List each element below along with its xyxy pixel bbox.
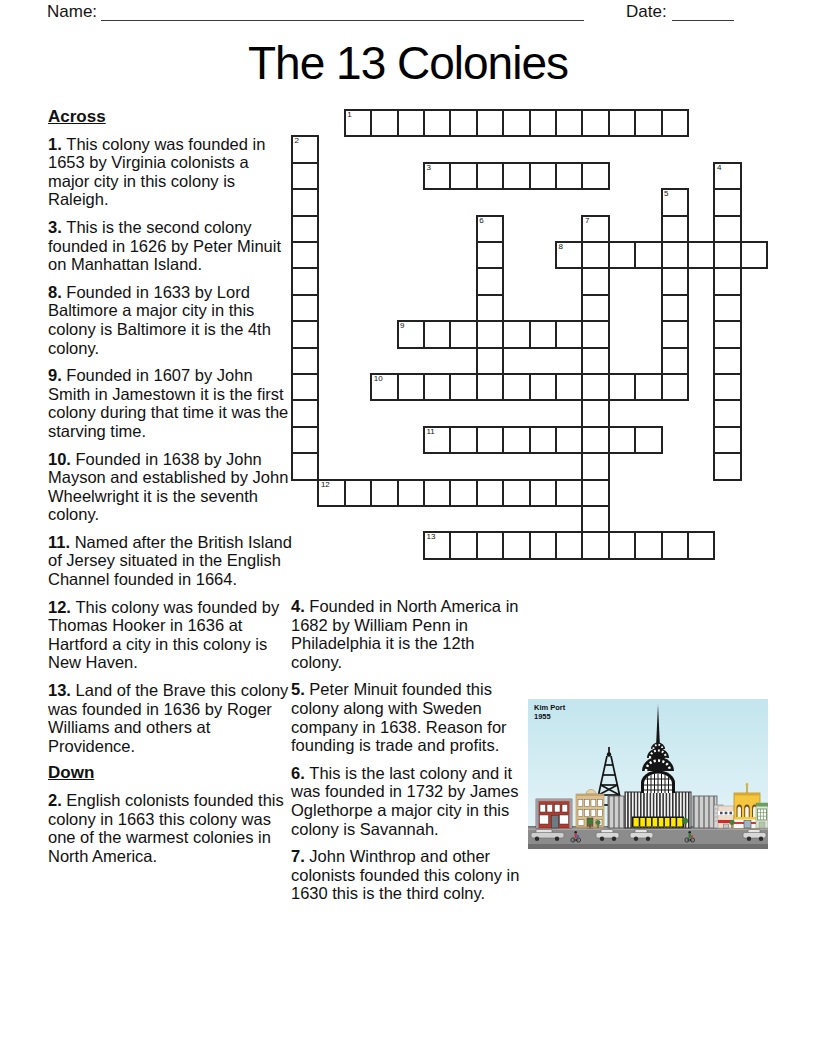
crossword-cell[interactable] [555, 320, 583, 348]
crossword-cell[interactable] [529, 109, 557, 137]
crossword-cell[interactable] [555, 373, 583, 401]
clue-number: 3. [48, 218, 66, 236]
crossword-cell[interactable]: 1 [344, 109, 372, 137]
crossword-cell[interactable] [291, 347, 319, 375]
crossword-cell[interactable] [581, 505, 609, 533]
down-heading: Down [48, 764, 294, 783]
clue-text: This colony was founded by Thomas Hooker… [48, 598, 279, 672]
crossword-cell[interactable] [581, 373, 609, 401]
crossword-cell[interactable] [397, 373, 425, 401]
illustration-caption-line1: Kim Port [534, 703, 566, 712]
crossword-cell[interactable]: 12 [317, 479, 345, 507]
crossword-grid: 12345678910111213 [291, 109, 769, 561]
crossword-cell[interactable] [449, 531, 477, 559]
clue-text: This colony was founded in 1653 by Virgi… [48, 135, 265, 209]
clue-item: 1. This colony was founded in 1653 by Vi… [48, 135, 294, 209]
clue-number: 13. [48, 681, 76, 699]
crossword-cell[interactable] [713, 452, 741, 480]
clue-text: This is the last colony and it was found… [291, 764, 518, 838]
clue-text: Founded in 1633 by Lord Baltimore a majo… [48, 283, 271, 357]
crossword-cell[interactable] [502, 109, 530, 137]
crossword-cell[interactable] [449, 320, 477, 348]
crossword-cell[interactable] [555, 109, 583, 137]
clue-number: 4. [291, 597, 309, 615]
crossword-cell[interactable] [581, 452, 609, 480]
crossword-cell[interactable] [555, 479, 583, 507]
clue-number: 2. [48, 791, 66, 809]
across-clue-list: 1. This colony was founded in 1653 by Vi… [48, 135, 294, 756]
cell-number: 5 [664, 189, 668, 199]
crossword-cell[interactable] [449, 109, 477, 137]
crossword-cell[interactable] [502, 479, 530, 507]
crossword-cell[interactable] [608, 531, 636, 559]
crossword-cell[interactable] [291, 452, 319, 480]
crossword-cell[interactable] [476, 531, 504, 559]
gray-building-left [608, 796, 626, 828]
illustration-caption-line2: 1955 [534, 712, 551, 721]
crossword-cell[interactable] [581, 426, 609, 454]
clue-text: Peter Minuit founded this colony along w… [291, 680, 507, 754]
cell-number: 11 [427, 427, 435, 437]
crossword-cell[interactable] [291, 162, 319, 190]
clue-number: 7. [291, 847, 309, 865]
crossword-cell[interactable] [581, 320, 609, 348]
crossword-cell[interactable] [581, 294, 609, 322]
crossword-cell[interactable] [291, 399, 319, 427]
crossword-cell[interactable] [476, 347, 504, 375]
cell-number: 10 [374, 374, 383, 384]
crossword-cell[interactable] [713, 320, 741, 348]
crossword-cell[interactable]: 6 [476, 215, 504, 243]
crossword-cell[interactable] [581, 531, 609, 559]
crossword-cell[interactable] [370, 479, 398, 507]
clue-number: 9. [48, 366, 66, 384]
crossword-cell[interactable] [581, 399, 609, 427]
crossword-cell[interactable] [661, 267, 689, 295]
clue-item: 5. Peter Minuit founded this colony alon… [291, 680, 529, 754]
crossword-cell[interactable] [291, 215, 319, 243]
clue-number: 8. [48, 283, 66, 301]
crossword-cell[interactable] [291, 373, 319, 401]
clue-text: John Winthrop and other colonists founde… [291, 847, 519, 902]
crossword-cell[interactable] [555, 162, 583, 190]
crossword-cell[interactable] [581, 479, 609, 507]
crossword-cell[interactable] [476, 162, 504, 190]
crossword-cell[interactable] [449, 426, 477, 454]
clue-number: 6. [291, 764, 309, 782]
crossword-cell[interactable] [291, 294, 319, 322]
crossword-cell[interactable] [713, 426, 741, 454]
crossword-cell[interactable] [713, 294, 741, 322]
crossword-cell[interactable] [608, 241, 636, 269]
crossword-cell[interactable] [661, 347, 689, 375]
crossword-cell[interactable]: 10 [370, 373, 398, 401]
worksheet-page: Name: Date: The 13 Colonies 123456789101… [0, 0, 816, 1056]
crossword-cell[interactable] [476, 109, 504, 137]
crossword-cell[interactable] [713, 241, 741, 269]
crossword-cell[interactable] [529, 531, 557, 559]
clue-item: 3. This is the second colony founded in … [48, 218, 294, 274]
clue-item: 4. Founded in North America in 1682 by W… [291, 597, 529, 671]
crossword-cell[interactable] [661, 531, 689, 559]
crossword-cell[interactable] [529, 162, 557, 190]
crossword-cell[interactable]: 13 [423, 531, 451, 559]
crossword-cell[interactable] [634, 373, 662, 401]
crossword-cell[interactable] [713, 188, 741, 216]
crossword-cell[interactable] [476, 241, 504, 269]
crossword-cell[interactable] [502, 373, 530, 401]
date-label: Date: [626, 2, 667, 22]
clue-item: 8. Founded in 1633 by Lord Baltimore a m… [48, 283, 294, 357]
crossword-cell[interactable]: 9 [397, 320, 425, 348]
clue-text: Named after the British Island of Jersey… [48, 533, 292, 588]
crossword-cell[interactable] [661, 320, 689, 348]
clue-item: 7. John Winthrop and other colonists fou… [291, 847, 529, 903]
page-title: The 13 Colonies [0, 36, 816, 90]
skyscraper-building [625, 792, 691, 828]
crossword-cell[interactable] [661, 241, 689, 269]
clue-text: Founded in North America in 1682 by Will… [291, 597, 518, 671]
clue-item: 2. English colonists founded this colony… [48, 791, 294, 865]
crossword-cell[interactable] [555, 426, 583, 454]
crossword-cell[interactable] [476, 426, 504, 454]
crossword-cell[interactable] [581, 347, 609, 375]
crossword-cell[interactable] [713, 373, 741, 401]
crossword-cell[interactable] [449, 373, 477, 401]
crossword-cell[interactable] [740, 241, 768, 269]
crossword-cell[interactable] [397, 109, 425, 137]
crossword-cell[interactable] [449, 162, 477, 190]
crossword-cell[interactable] [687, 531, 715, 559]
crossword-cell[interactable] [423, 373, 451, 401]
clue-text: Founded in 1607 by John Smith in Jamesto… [48, 366, 288, 440]
crossword-cell[interactable] [581, 109, 609, 137]
crossword-cell[interactable] [608, 109, 636, 137]
crossword-cell[interactable] [529, 479, 557, 507]
down-clue-list-middle: 4. Founded in North America in 1682 by W… [291, 597, 529, 903]
crossword-cell[interactable] [449, 479, 477, 507]
crossword-cell[interactable] [581, 267, 609, 295]
clue-text: This is the second colony founded in 162… [48, 218, 281, 273]
crossword-cell[interactable] [291, 320, 319, 348]
crossword-cell[interactable] [291, 267, 319, 295]
clue-text: English colonists founded this colony in… [48, 791, 284, 865]
crossword-cell[interactable] [661, 109, 689, 137]
crossword-cell[interactable] [608, 426, 636, 454]
crossword-cell[interactable]: 5 [661, 188, 689, 216]
clue-number: 10. [48, 450, 76, 468]
crossword-cell[interactable]: 7 [581, 215, 609, 243]
clue-text: Founded in 1638 by John Mayson and estab… [48, 450, 288, 524]
date-input-line[interactable] [672, 4, 734, 21]
middle-clue-column: 4. Founded in North America in 1682 by W… [291, 597, 529, 912]
crossword-cell[interactable] [476, 373, 504, 401]
crossword-cell[interactable] [476, 320, 504, 348]
red-building [536, 799, 572, 828]
clue-item: 12. This colony was founded by Thomas Ho… [48, 598, 294, 672]
crossword-cell[interactable]: 2 [291, 135, 319, 163]
left-clue-column: Across 1. This colony was founded in 165… [48, 108, 294, 874]
crossword-cell[interactable] [661, 373, 689, 401]
crossword-cell[interactable] [529, 320, 557, 348]
clue-item: 11. Named after the British Island of Je… [48, 533, 294, 589]
crossword-cell[interactable]: 8 [555, 241, 583, 269]
city-illustration: Kim Port 1955 [528, 699, 768, 849]
clue-number: 5. [291, 680, 309, 698]
cell-number: 1 [347, 110, 351, 120]
cell-number: 7 [585, 216, 589, 226]
cell-number: 6 [479, 216, 483, 226]
crossword-cell[interactable] [634, 426, 662, 454]
gray-building-right [693, 796, 717, 828]
clue-item: 13. Land of the Brave this colony was fo… [48, 681, 294, 755]
clue-text: Land of the Brave this colony was founde… [48, 681, 288, 755]
clue-item: 10. Founded in 1638 by John Mayson and e… [48, 450, 294, 524]
cell-number: 12 [321, 480, 330, 490]
crossword-cell[interactable] [502, 426, 530, 454]
crossword-cell[interactable] [476, 267, 504, 295]
clue-number: 11. [48, 533, 75, 551]
name-label: Name: [47, 2, 97, 22]
crossword-cell[interactable] [661, 294, 689, 322]
crossword-cell[interactable] [423, 479, 451, 507]
green-building [756, 803, 768, 828]
crossword-cell[interactable] [291, 241, 319, 269]
crossword-cell[interactable] [502, 320, 530, 348]
cell-number: 13 [427, 532, 436, 542]
crossword-cell[interactable] [476, 479, 504, 507]
cell-number: 3 [427, 163, 431, 173]
crossword-cell[interactable] [291, 188, 319, 216]
crossword-cell[interactable]: 11 [423, 426, 451, 454]
clue-item: 9. Founded in 1607 by John Smith in Jame… [48, 366, 294, 440]
crossword-cell[interactable] [581, 162, 609, 190]
crossword-cell[interactable] [634, 531, 662, 559]
crossword-cell[interactable] [344, 479, 372, 507]
crossword-cell[interactable] [476, 294, 504, 322]
crossword-cell[interactable] [397, 479, 425, 507]
clue-number: 12. [48, 598, 76, 616]
crossword-cell[interactable] [370, 109, 398, 137]
across-heading: Across [48, 108, 294, 127]
crossword-cell[interactable] [502, 531, 530, 559]
crossword-cell[interactable] [634, 241, 662, 269]
crossword-cell[interactable] [502, 162, 530, 190]
crossword-cell[interactable]: 4 [713, 162, 741, 190]
crossword-cell[interactable]: 3 [423, 162, 451, 190]
crossword-cell[interactable] [713, 347, 741, 375]
crossword-cell[interactable] [529, 426, 557, 454]
crossword-cell[interactable] [555, 531, 583, 559]
crossword-cell[interactable] [423, 109, 451, 137]
crossword-cell[interactable] [687, 241, 715, 269]
cell-number: 8 [559, 242, 563, 252]
clue-item: 6. This is the last colony and it was fo… [291, 764, 529, 838]
cell-number: 4 [717, 163, 721, 173]
crossword-cell[interactable] [713, 267, 741, 295]
crossword-cell[interactable] [713, 215, 741, 243]
crossword-cell[interactable] [608, 373, 636, 401]
crossword-cell[interactable] [529, 373, 557, 401]
crossword-cell[interactable] [291, 426, 319, 454]
crossword-cell[interactable] [713, 399, 741, 427]
down-clue-list-left: 2. English colonists founded this colony… [48, 791, 294, 865]
crossword-cell[interactable] [423, 320, 451, 348]
name-input-line[interactable] [101, 4, 584, 21]
clue-number: 1. [48, 135, 66, 153]
crossword-cell[interactable] [634, 109, 662, 137]
cell-number: 9 [400, 321, 404, 331]
cell-number: 2 [295, 136, 299, 146]
crossword-cell[interactable] [661, 215, 689, 243]
crossword-cell[interactable] [581, 241, 609, 269]
